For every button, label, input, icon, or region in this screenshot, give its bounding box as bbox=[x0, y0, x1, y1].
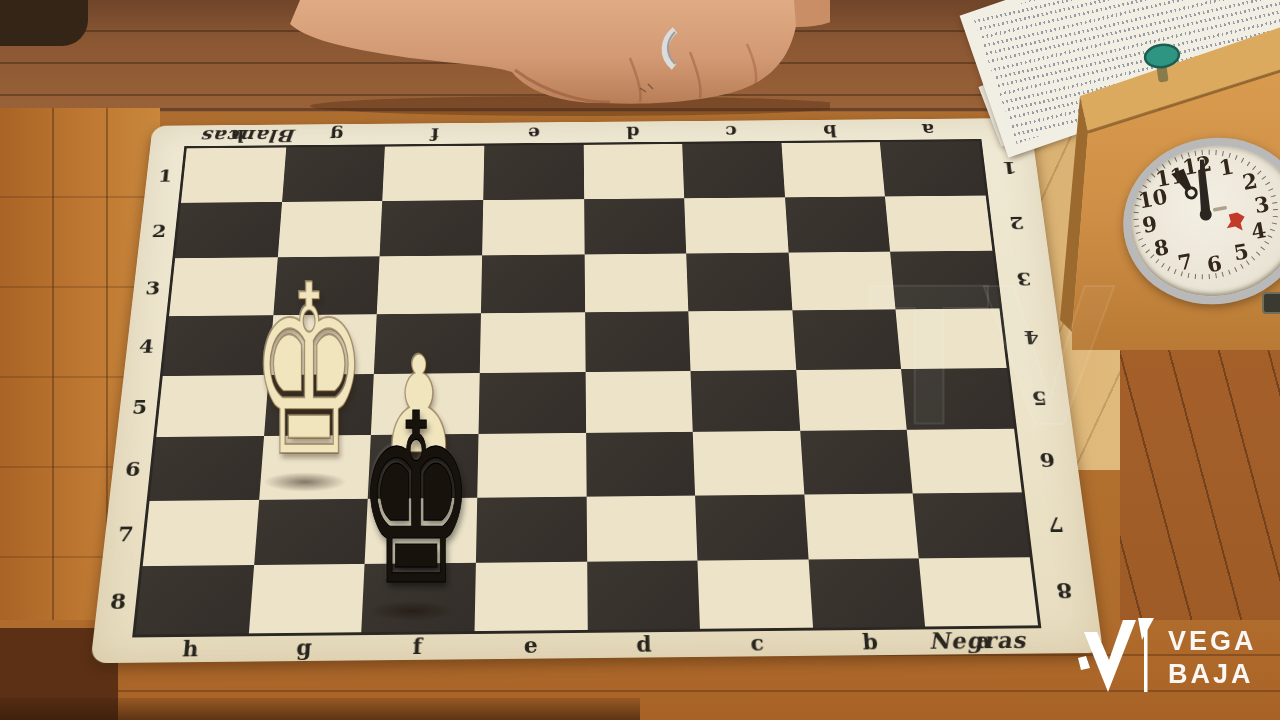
square-d1[interactable] bbox=[583, 144, 684, 199]
clock-numeral-12: 12 bbox=[1180, 150, 1213, 180]
presenter-hand bbox=[250, 0, 830, 118]
label-negras: Negras bbox=[927, 626, 1027, 653]
square-c5[interactable] bbox=[691, 370, 800, 432]
scene: hgfedcba hgfedcba 12345678 12345678 Blan… bbox=[0, 0, 1280, 720]
shadow-corner-top-left bbox=[0, 0, 88, 46]
square-f2[interactable] bbox=[380, 200, 483, 257]
clock-badge bbox=[1262, 292, 1280, 314]
tv-logo-icon bbox=[1078, 616, 1160, 700]
channel-logo: VEGA BAJA bbox=[1078, 608, 1273, 708]
square-d7[interactable] bbox=[586, 495, 697, 562]
coord-label-6: 6 bbox=[109, 437, 156, 501]
coord-label-c: c bbox=[700, 629, 815, 657]
square-c8[interactable] bbox=[698, 560, 813, 629]
square-d5[interactable] bbox=[585, 371, 693, 433]
square-d3[interactable] bbox=[584, 254, 688, 312]
coord-label-g: g bbox=[286, 124, 386, 146]
square-c1[interactable] bbox=[682, 143, 784, 198]
square-e1[interactable] bbox=[483, 145, 584, 200]
coord-label-d: d bbox=[587, 630, 701, 658]
square-g8[interactable] bbox=[249, 564, 365, 633]
square-b8[interactable] bbox=[808, 559, 925, 628]
square-h8[interactable] bbox=[135, 565, 253, 634]
square-a7[interactable] bbox=[913, 492, 1030, 559]
square-d4[interactable] bbox=[585, 311, 691, 371]
channel-name: VEGA BAJA bbox=[1168, 625, 1257, 691]
square-b1[interactable] bbox=[781, 142, 885, 197]
black-king-f8[interactable]: ♚ bbox=[358, 384, 475, 619]
square-f1[interactable] bbox=[382, 146, 484, 201]
coord-label-4: 4 bbox=[124, 316, 169, 376]
coord-label-f: f bbox=[385, 124, 484, 146]
watermark-tv: TV bbox=[868, 240, 1108, 470]
square-c2[interactable] bbox=[684, 197, 788, 254]
coord-label-h: h bbox=[132, 634, 248, 662]
square-h7[interactable] bbox=[143, 500, 259, 567]
coord-label-e: e bbox=[474, 631, 588, 659]
coord-label-1: 1 bbox=[144, 148, 187, 203]
label-blancas: Blancas bbox=[201, 126, 297, 147]
coord-label-3: 3 bbox=[131, 258, 176, 316]
square-c3[interactable] bbox=[686, 253, 792, 311]
channel-name-line1: VEGA bbox=[1168, 625, 1257, 658]
square-e4[interactable] bbox=[480, 312, 586, 372]
coord-label-b: b bbox=[780, 120, 880, 142]
brand-mark bbox=[1213, 206, 1227, 212]
coord-label-g: g bbox=[246, 633, 361, 661]
table-edge-shadow bbox=[0, 698, 640, 720]
square-g1[interactable] bbox=[282, 147, 385, 202]
coord-label-5: 5 bbox=[117, 376, 163, 438]
square-e8[interactable] bbox=[474, 562, 587, 631]
coord-label-7: 7 bbox=[1022, 492, 1090, 558]
square-e2[interactable] bbox=[482, 199, 584, 256]
clock-dial: 121234567891011 bbox=[1110, 123, 1280, 318]
square-d2[interactable] bbox=[584, 198, 687, 255]
channel-name-line2: BAJA bbox=[1168, 658, 1257, 691]
coord-label-d: d bbox=[583, 122, 682, 144]
coord-label-2: 2 bbox=[137, 203, 181, 259]
square-c6[interactable] bbox=[693, 431, 804, 495]
coord-label-a: a bbox=[878, 119, 979, 141]
square-d8[interactable] bbox=[587, 561, 700, 630]
square-a1[interactable] bbox=[880, 141, 985, 196]
coord-label-7: 7 bbox=[102, 501, 150, 567]
square-c4[interactable] bbox=[688, 310, 796, 370]
square-e6[interactable] bbox=[477, 433, 586, 498]
white-king-g6[interactable]: ♚ bbox=[250, 255, 367, 490]
coord-label-c: c bbox=[681, 121, 781, 143]
square-d6[interactable] bbox=[586, 432, 696, 496]
square-h6[interactable] bbox=[150, 436, 264, 501]
square-e7[interactable] bbox=[476, 496, 587, 563]
square-c7[interactable] bbox=[695, 494, 808, 561]
square-b7[interactable] bbox=[804, 493, 919, 560]
coord-label-e: e bbox=[484, 123, 583, 145]
square-a8[interactable] bbox=[919, 558, 1038, 627]
red-star bbox=[1227, 211, 1245, 230]
square-h1[interactable] bbox=[181, 147, 286, 202]
square-e5[interactable] bbox=[478, 372, 585, 434]
clock-numeral-11: 11 bbox=[1154, 162, 1187, 192]
coord-label-8: 8 bbox=[94, 566, 143, 634]
coord-label-b: b bbox=[813, 627, 928, 655]
square-f3[interactable] bbox=[377, 256, 482, 315]
square-e3[interactable] bbox=[481, 255, 585, 314]
